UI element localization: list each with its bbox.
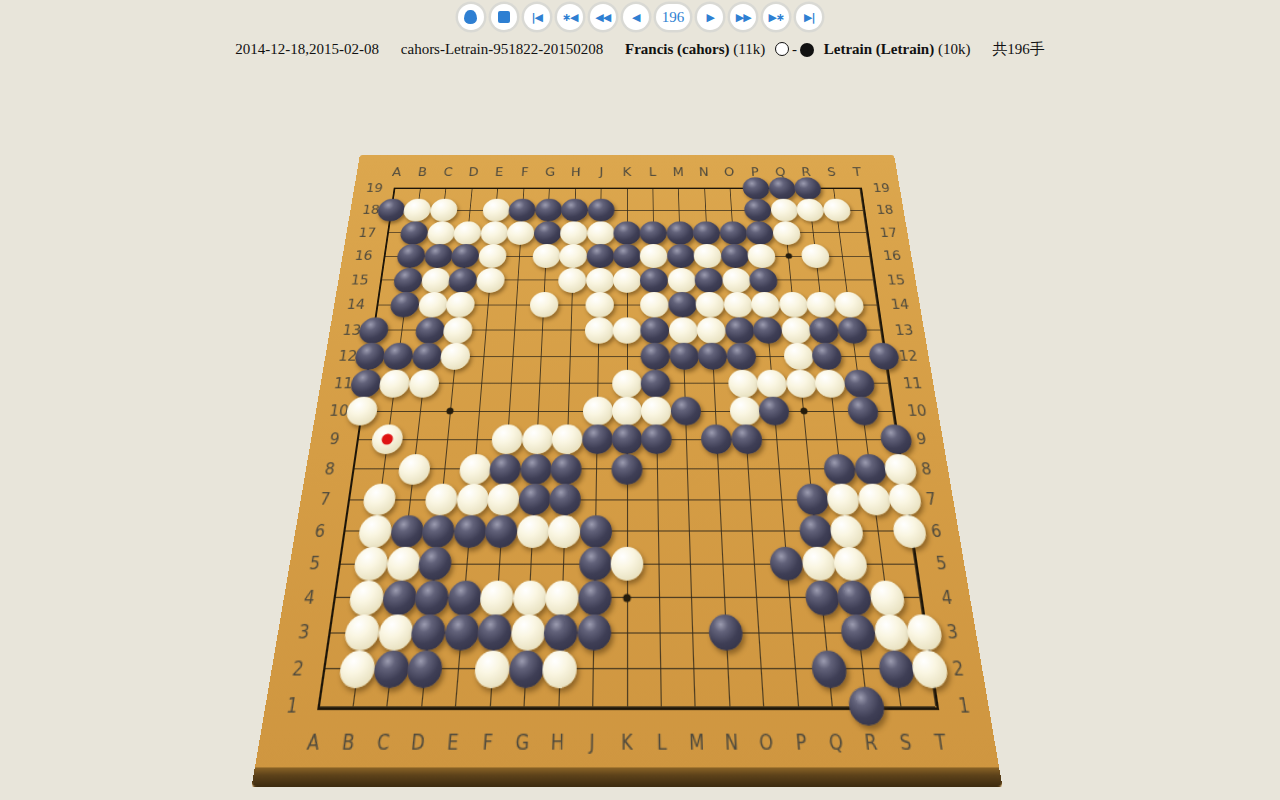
row-label-left-14: 14 — [346, 297, 366, 312]
row-label-left-2: 2 — [291, 657, 305, 679]
stone-white-K11 — [612, 369, 642, 397]
col-label-bottom-H: H — [550, 731, 564, 755]
col-label-top-F: F — [521, 166, 529, 179]
black-player-rank: (10k) — [938, 41, 971, 57]
stone-black-M12 — [669, 343, 699, 370]
back-to-variation-button[interactable]: ∗◀ — [557, 4, 583, 30]
col-label-bottom-C: C — [376, 731, 391, 755]
stone-black-J4 — [578, 580, 612, 615]
stone-black-J16 — [586, 244, 614, 268]
stone-black-O16 — [720, 244, 749, 268]
stone-black-N12 — [698, 343, 728, 370]
fast-forward-button-label: ▶▶ — [736, 12, 751, 23]
row-label-right-1: 1 — [957, 695, 972, 718]
row-label-right-2: 2 — [951, 657, 966, 679]
row-label-right-16: 16 — [882, 249, 902, 263]
stone-white-J15 — [585, 268, 613, 293]
row-label-left-9: 9 — [328, 431, 341, 449]
white-stone-icon — [775, 42, 789, 56]
col-label-bottom-O: O — [759, 731, 775, 755]
stone-white-N13 — [697, 317, 727, 343]
row-label-right-17: 17 — [879, 226, 898, 240]
stone-black-M17 — [666, 221, 694, 244]
row-label-left-7: 7 — [318, 490, 331, 509]
stone-black-L11 — [641, 369, 671, 397]
col-label-top-S: S — [827, 166, 837, 179]
col-label-top-A: A — [391, 166, 402, 179]
col-label-top-N: N — [699, 166, 709, 179]
col-label-top-D: D — [468, 166, 479, 179]
row-label-left-6: 6 — [313, 522, 326, 542]
jump-to-end-button[interactable]: ▶| — [796, 4, 822, 30]
row-label-left-15: 15 — [350, 273, 370, 288]
col-label-top-L: L — [649, 166, 656, 179]
stone-white-J14 — [585, 292, 614, 317]
col-label-bottom-E: E — [446, 731, 459, 755]
col-label-top-C: C — [443, 166, 454, 179]
stone-black-M10 — [671, 397, 702, 426]
col-label-top-E: E — [494, 166, 503, 179]
stone-white-M13 — [669, 317, 699, 343]
stone-black-L12 — [641, 343, 671, 370]
step-back-button-label: ◀ — [632, 12, 639, 23]
col-label-top-K: K — [623, 166, 632, 179]
row-label-right-15: 15 — [886, 273, 906, 288]
star-point-K4 — [623, 594, 631, 602]
row-label-right-9: 9 — [915, 431, 928, 449]
row-label-right-6: 6 — [930, 522, 943, 542]
row-label-right-14: 14 — [890, 297, 910, 312]
stone-black-J6 — [579, 515, 612, 548]
go-board[interactable]: AABBCCDDEEFFGGHHJJKKLLMMNNOOPPQQRRSSTT19… — [252, 155, 1003, 787]
col-label-bottom-G: G — [515, 731, 530, 755]
players-separator: - — [792, 41, 797, 57]
step-forward-button-label: ▶ — [707, 12, 714, 23]
game-info-line: 2014-12-18,2015-02-08 cahors-Letrain-951… — [0, 40, 1280, 59]
col-label-bottom-K: K — [621, 731, 633, 755]
col-label-top-G: G — [545, 166, 556, 179]
row-label-right-4: 4 — [940, 587, 954, 608]
stone-black-O17 — [719, 221, 748, 244]
stone-white-N16 — [694, 244, 723, 268]
stone-black-J18 — [587, 199, 614, 222]
row-label-right-10: 10 — [906, 402, 928, 419]
move-number-display[interactable]: 196 — [656, 4, 691, 30]
col-label-top-B: B — [417, 166, 428, 179]
fast-forward-button[interactable]: ▶▶ — [730, 4, 756, 30]
fast-backward-button[interactable]: ◀◀ — [590, 4, 616, 30]
star-point-Q10 — [800, 408, 808, 415]
stone-black-J9 — [581, 425, 612, 455]
row-label-right-11: 11 — [902, 375, 923, 392]
stone-black-N17 — [693, 221, 721, 244]
fast-backward-button-label: ◀◀ — [595, 12, 610, 23]
col-label-top-O: O — [724, 166, 735, 179]
white-player-rank: (11k) — [733, 41, 765, 57]
stop-icon — [498, 11, 510, 23]
row-label-left-8: 8 — [323, 460, 336, 478]
stone-black-K17 — [613, 221, 640, 244]
col-label-bottom-R: R — [863, 731, 878, 755]
stone-black-N9 — [701, 425, 733, 455]
black-player-name: Letrain (Letrain) — [824, 41, 934, 57]
stone-black-P19 — [742, 177, 770, 199]
stone-black-K9 — [612, 425, 643, 455]
stone-white-L14 — [640, 292, 669, 317]
stone-white-J10 — [582, 397, 612, 426]
jump-to-end-button-label: ▶| — [804, 12, 814, 23]
back-to-variation-button-label: ∗◀ — [562, 12, 578, 23]
forward-to-variation-button[interactable]: ▶∗ — [763, 4, 789, 30]
row-label-left-4: 4 — [302, 587, 316, 608]
row-label-left-3: 3 — [297, 622, 311, 644]
row-label-left-5: 5 — [308, 554, 322, 574]
col-label-bottom-J: J — [589, 731, 595, 755]
stone-black-M14 — [668, 292, 697, 317]
stone-black-M16 — [667, 244, 695, 268]
col-label-top-H: H — [571, 166, 581, 179]
row-label-left-1: 1 — [285, 695, 300, 718]
col-label-bottom-T: T — [933, 731, 947, 755]
white-player-name: Francis (cahors) — [625, 41, 730, 57]
row-label-right-13: 13 — [894, 322, 915, 338]
stone-black-L15 — [640, 268, 668, 293]
col-label-top-M: M — [672, 166, 684, 179]
playback-toolbar: |◀∗◀◀◀◀196▶▶▶▶∗▶| — [0, 4, 1280, 30]
col-label-bottom-L: L — [657, 731, 667, 755]
col-label-bottom-N: N — [724, 731, 738, 755]
stone-icon — [464, 10, 477, 24]
players-segment: Francis (cahors) (11k) - Letrain (Letrai… — [625, 41, 970, 57]
row-label-right-18: 18 — [875, 204, 894, 218]
row-label-right-5: 5 — [935, 554, 949, 574]
stone-white-O15 — [722, 268, 751, 293]
stone-white-L16 — [640, 244, 668, 268]
game-dates: 2014-12-18,2015-02-08 — [235, 41, 379, 57]
board-bezel — [252, 767, 1003, 786]
col-label-bottom-B: B — [341, 731, 356, 755]
col-label-bottom-M: M — [689, 731, 705, 755]
col-label-bottom-S: S — [899, 731, 913, 755]
col-label-bottom-P: P — [795, 731, 808, 755]
col-label-bottom-A: A — [306, 731, 322, 755]
stone-white-K5 — [611, 547, 644, 581]
jump-to-start-button[interactable]: |◀ — [524, 4, 550, 30]
stone-white-K10 — [612, 397, 642, 426]
stone-white-M15 — [667, 268, 696, 293]
stone-white-L10 — [641, 397, 671, 426]
stone-white-J13 — [584, 317, 613, 343]
stone-black-L17 — [640, 221, 667, 244]
jump-to-start-button-label: |◀ — [532, 12, 542, 23]
stone-black-N15 — [695, 268, 724, 293]
stone-white-K13 — [613, 317, 642, 343]
stone-black-L13 — [641, 317, 670, 343]
row-label-right-12: 12 — [898, 348, 919, 364]
row-label-right-19: 19 — [872, 182, 891, 195]
step-forward-button[interactable]: ▶ — [697, 4, 723, 30]
row-label-left-17: 17 — [358, 226, 377, 240]
col-label-top-T: T — [852, 166, 862, 179]
stone-white-K15 — [613, 268, 641, 293]
col-label-bottom-F: F — [482, 731, 494, 755]
stone-tool-button[interactable] — [458, 4, 484, 30]
col-label-top-J: J — [599, 166, 603, 179]
stone-black-L9 — [642, 425, 673, 455]
row-label-right-7: 7 — [925, 490, 938, 509]
step-back-button[interactable]: ◀ — [623, 4, 649, 30]
row-label-right-3: 3 — [945, 622, 959, 644]
game-id: cahors-Letrain-951822-20150208 — [401, 41, 603, 57]
stone-white-N14 — [696, 292, 725, 317]
stop-button[interactable] — [491, 4, 517, 30]
row-label-left-19: 19 — [365, 182, 384, 195]
row-label-left-16: 16 — [354, 249, 374, 263]
row-label-right-8: 8 — [920, 460, 933, 478]
move-number-display-label: 196 — [658, 9, 689, 26]
forward-to-variation-button-label: ▶∗ — [768, 12, 784, 23]
stone-white-J17 — [587, 221, 614, 244]
stone-black-K16 — [613, 244, 641, 268]
stone-black-K8 — [611, 454, 642, 485]
black-stone-icon — [800, 43, 814, 57]
col-label-bottom-Q: Q — [828, 731, 844, 755]
col-label-bottom-D: D — [410, 731, 426, 755]
stone-black-J5 — [578, 547, 611, 581]
star-point-Q16 — [785, 253, 792, 259]
total-moves: 共196手 — [992, 41, 1045, 57]
